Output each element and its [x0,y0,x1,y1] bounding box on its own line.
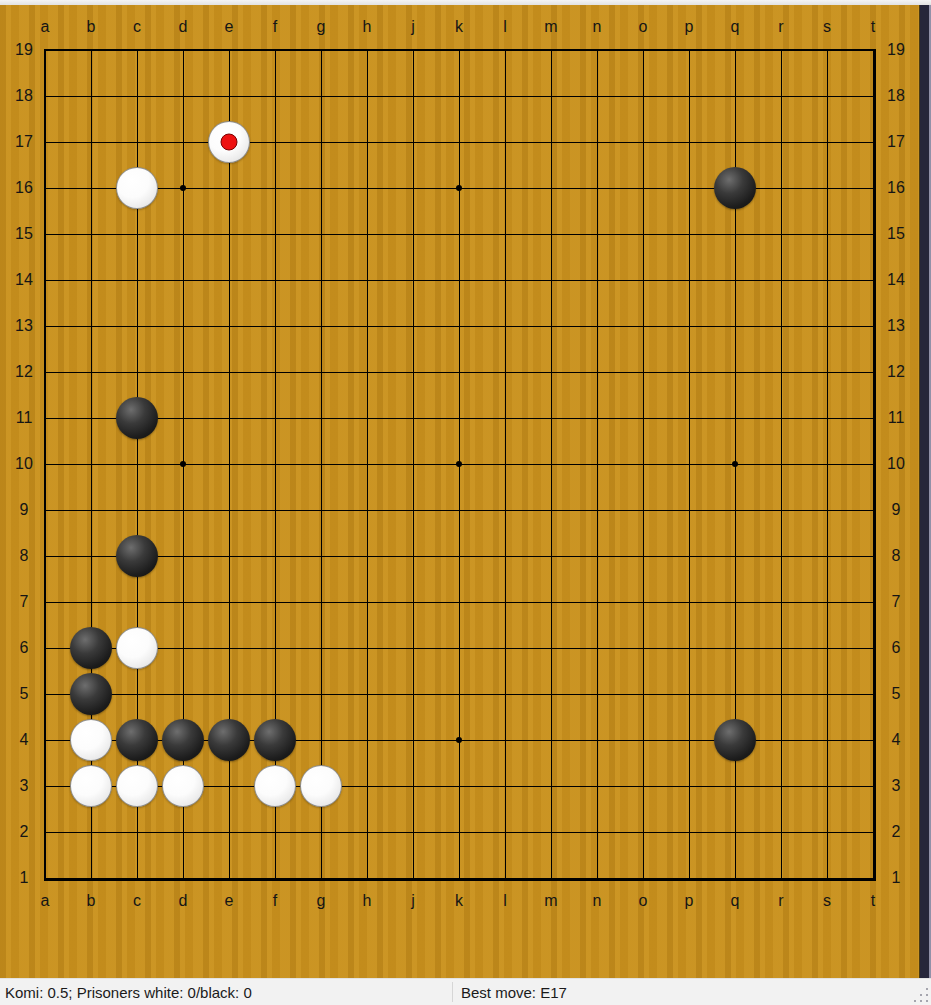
coord-label-top-p: p [685,19,694,35]
coord-label-left-3: 3 [20,778,29,794]
coord-label-right-7: 7 [892,594,901,610]
stone-white-b3[interactable] [70,765,112,807]
coord-label-right-13: 13 [887,318,905,334]
coord-label-bottom-a: a [41,893,50,909]
coord-label-top-g: g [317,19,326,35]
coord-label-left-19: 19 [15,42,33,58]
coord-label-left-5: 5 [20,686,29,702]
stone-white-d3[interactable] [162,765,204,807]
coord-label-right-5: 5 [892,686,901,702]
coord-label-bottom-t: t [871,893,875,909]
coord-label-right-17: 17 [887,134,905,150]
coord-label-left-11: 11 [16,410,33,426]
coord-label-right-3: 3 [892,778,901,794]
coord-label-top-t: t [871,19,875,35]
coord-label-top-l: l [503,19,507,35]
coord-label-bottom-p: p [685,893,694,909]
coord-label-bottom-h: h [363,893,372,909]
status-komi-prisoners: Komi: 0.5; Prisoners white: 0/black: 0 [5,984,252,1001]
stone-white-c3[interactable] [116,765,158,807]
coord-label-right-19: 19 [887,42,905,58]
stone-white-e17[interactable] [208,121,250,163]
coord-label-right-10: 10 [887,456,905,472]
star-point-d10 [180,461,186,467]
coord-label-top-a: a [41,19,50,35]
goban[interactable]: aabbccddeeffgghhjjkkllmmnnooppqqrrsstt19… [0,5,931,978]
coord-label-top-m: m [544,19,557,35]
coord-label-left-4: 4 [20,732,29,748]
stone-black-f4[interactable] [254,719,296,761]
coord-label-top-n: n [593,19,602,35]
stone-black-b5[interactable] [70,673,112,715]
coord-label-top-d: d [179,19,188,35]
status-best-move: Best move: E17 [461,984,567,1001]
coord-label-left-13: 13 [15,318,33,334]
coord-label-bottom-s: s [823,893,831,909]
coord-label-left-10: 10 [15,456,33,472]
coord-label-left-1: 1 [20,870,29,886]
coord-label-top-k: k [455,19,463,35]
stone-black-q16[interactable] [714,167,756,209]
coord-label-top-s: s [823,19,831,35]
best-move-marker-icon [221,134,238,151]
coord-label-right-2: 2 [892,824,901,840]
stone-white-c16[interactable] [116,167,158,209]
coord-label-left-9: 9 [20,502,29,518]
coord-label-right-6: 6 [892,640,901,656]
coord-label-top-o: o [639,19,648,35]
coord-label-bottom-e: e [225,893,234,909]
stone-black-c8[interactable] [116,535,158,577]
coord-label-bottom-j: j [411,893,415,909]
coord-label-bottom-k: k [455,893,463,909]
stone-white-c6[interactable] [116,627,158,669]
coord-label-top-c: c [133,19,141,35]
coord-label-left-6: 6 [20,640,29,656]
star-point-q10 [732,461,738,467]
coord-label-right-8: 8 [892,548,901,564]
status-divider [452,982,453,1002]
coord-label-right-15: 15 [887,226,905,242]
coord-label-bottom-l: l [503,893,507,909]
coord-label-bottom-n: n [593,893,602,909]
coord-label-top-j: j [411,19,415,35]
stone-black-c4[interactable] [116,719,158,761]
star-point-d16 [180,185,186,191]
coord-label-bottom-c: c [133,893,141,909]
coord-label-bottom-f: f [273,893,277,909]
coord-label-left-15: 15 [15,226,33,242]
stone-black-c11[interactable] [116,397,158,439]
stone-black-q4[interactable] [714,719,756,761]
resize-grip-icon[interactable] [914,988,928,1002]
coord-label-top-q: q [731,19,740,35]
coord-label-left-17: 17 [15,134,33,150]
coord-label-bottom-r: r [778,893,783,909]
star-point-k16 [456,185,462,191]
coord-label-left-14: 14 [15,272,33,288]
coord-label-bottom-m: m [544,893,557,909]
coord-label-bottom-b: b [87,893,96,909]
coord-label-right-9: 9 [892,502,901,518]
go-app-window: aabbccddeeffgghhjjkkllmmnnooppqqrrsstt19… [0,0,931,1005]
star-point-k4 [456,737,462,743]
coord-label-left-7: 7 [20,594,29,610]
stone-black-d4[interactable] [162,719,204,761]
coord-label-left-18: 18 [15,88,33,104]
coord-label-left-2: 2 [20,824,29,840]
stone-black-e4[interactable] [208,719,250,761]
coord-label-top-h: h [363,19,372,35]
stone-white-g3[interactable] [300,765,342,807]
coord-label-right-12: 12 [887,364,905,380]
status-bar: Komi: 0.5; Prisoners white: 0/black: 0 B… [0,978,931,1005]
coord-label-bottom-q: q [731,893,740,909]
coord-label-right-14: 14 [887,272,905,288]
star-point-k10 [456,461,462,467]
coord-label-right-4: 4 [892,732,901,748]
right-edge-strip [919,5,931,978]
coord-label-right-18: 18 [887,88,905,104]
coord-label-top-r: r [778,19,783,35]
coord-label-right-16: 16 [887,180,905,196]
coord-label-bottom-g: g [317,893,326,909]
stone-white-b4[interactable] [70,719,112,761]
stone-black-b6[interactable] [70,627,112,669]
coord-label-top-e: e [225,19,234,35]
stone-white-f3[interactable] [254,765,296,807]
coord-label-bottom-o: o [639,893,648,909]
coord-label-top-f: f [273,19,277,35]
coord-label-bottom-d: d [179,893,188,909]
coord-label-right-1: 1 [892,870,901,886]
coord-label-left-8: 8 [20,548,29,564]
coord-label-right-11: 11 [888,410,905,426]
coord-label-left-12: 12 [15,364,33,380]
coord-label-left-16: 16 [15,180,33,196]
coord-label-top-b: b [87,19,96,35]
